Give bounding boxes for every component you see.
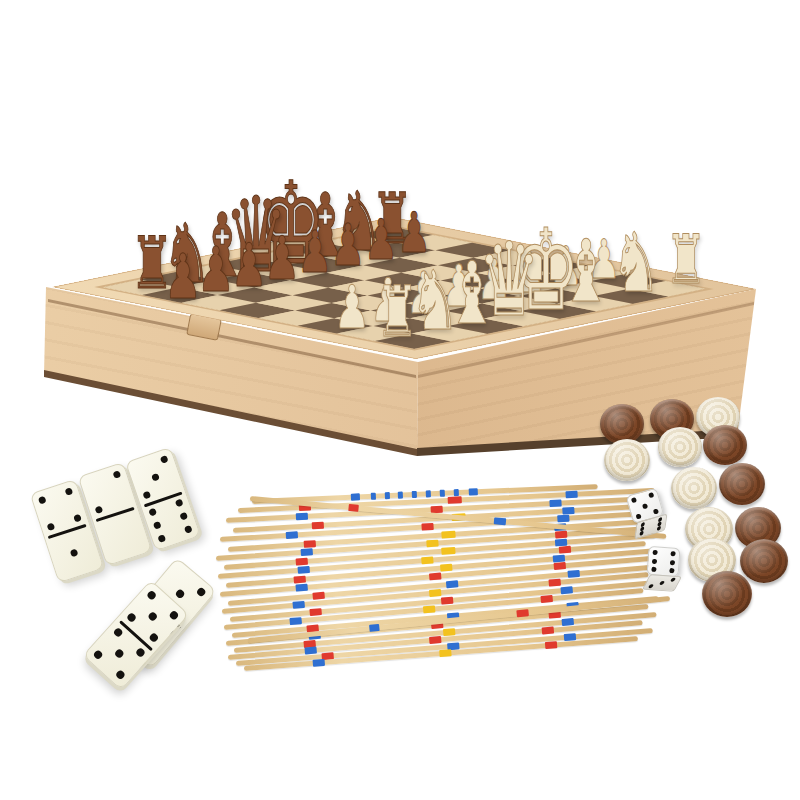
domino-pip xyxy=(642,503,648,509)
stick-band-b xyxy=(398,491,403,498)
stick-band-r xyxy=(429,636,442,644)
stick-band-b xyxy=(564,633,577,641)
die-top-face xyxy=(647,546,681,577)
stick-band-r xyxy=(545,641,557,649)
domino-pip xyxy=(64,487,73,496)
domino-pip xyxy=(153,521,162,530)
domino-pip xyxy=(652,550,657,555)
domino-pip xyxy=(70,548,79,557)
stick-band-b xyxy=(292,600,305,608)
stick-band-r xyxy=(554,562,567,570)
domino-pip xyxy=(670,551,675,556)
domino-pip xyxy=(631,497,637,503)
stick-band-r xyxy=(348,504,359,512)
stick-band-b xyxy=(446,580,459,588)
stick-band-b xyxy=(553,554,566,562)
product-photo-stage: ♜♞♟♝♟♚♟♛♟♝♟♟♞♜♟♟♜♟♞♟♟♟♝♟♚♟♛♟♝♟♞♜ xyxy=(0,0,800,800)
stick-band-r xyxy=(429,572,442,580)
stick-band-r xyxy=(312,591,325,599)
domino-pip xyxy=(174,588,185,599)
stick-band-b xyxy=(297,565,310,573)
stick-band-y xyxy=(421,556,434,564)
stick-band-b xyxy=(454,489,459,496)
domino-pip xyxy=(73,514,82,523)
stick-band-r xyxy=(296,557,308,565)
stick-band-r xyxy=(304,540,316,548)
domino-pip xyxy=(95,505,104,514)
stick-band-y xyxy=(441,546,455,554)
domino-pip xyxy=(179,512,188,521)
domino-pip xyxy=(669,568,674,573)
stick-band-b xyxy=(369,623,380,631)
domino-pip xyxy=(147,611,158,622)
domino-pip xyxy=(184,525,193,534)
checker-disc-white xyxy=(671,467,717,509)
stick-band-r xyxy=(421,522,433,530)
domino-pip xyxy=(146,590,157,601)
domino-pip xyxy=(142,490,151,499)
domino-pip xyxy=(168,610,179,621)
domino-pip xyxy=(196,586,207,597)
stick-band-y xyxy=(443,628,456,636)
domino-pip xyxy=(135,647,146,658)
domino-pip xyxy=(652,558,657,563)
stick-band-b xyxy=(295,583,308,591)
stick-band-b xyxy=(426,490,431,497)
domino-pip xyxy=(175,499,184,508)
stick-band-r xyxy=(559,545,572,553)
domino-pip xyxy=(160,455,169,464)
stick-band-b xyxy=(549,499,561,507)
domino-pip xyxy=(112,470,121,479)
stick-band-b xyxy=(286,531,298,539)
domino-pip xyxy=(670,577,676,581)
stick-band-r xyxy=(309,608,322,616)
checker-disc-brown xyxy=(702,571,752,617)
stick-band-b xyxy=(567,569,580,577)
stick-band-b xyxy=(412,490,417,497)
stick-band-y xyxy=(426,539,438,547)
stick-band-b xyxy=(440,489,445,496)
stick-band-r xyxy=(542,626,555,634)
domino-pip xyxy=(148,632,159,643)
domino-pip xyxy=(148,508,157,517)
stick-band-b xyxy=(385,492,390,499)
checker-disc-white xyxy=(658,427,702,467)
stick-band-r xyxy=(548,578,561,586)
domino-pip xyxy=(651,566,656,571)
domino-pip xyxy=(47,522,56,531)
domino-pip xyxy=(653,508,659,514)
stick-band-b xyxy=(289,617,302,625)
domino-pip xyxy=(126,612,137,623)
domino-pip xyxy=(151,473,160,482)
domino-pip xyxy=(157,534,166,543)
stick-band-b xyxy=(296,512,308,520)
die xyxy=(646,546,681,592)
stick-band-b xyxy=(313,658,325,666)
stick-band-r xyxy=(293,575,306,583)
domino-pip xyxy=(92,649,103,660)
checker-disc-brown xyxy=(600,404,644,444)
domino-pip xyxy=(670,559,675,564)
stick-band-r xyxy=(312,521,324,529)
domino-pip xyxy=(648,584,654,588)
domino-pip xyxy=(38,496,47,505)
stick-band-y xyxy=(441,530,455,538)
domino-pip xyxy=(657,526,661,531)
die-side-face xyxy=(642,574,682,592)
stick-band-b xyxy=(304,646,317,654)
stick-band-r xyxy=(540,594,553,602)
stick-band-b xyxy=(494,517,507,525)
stick-band-b xyxy=(301,548,313,556)
stick-band-b xyxy=(469,488,478,495)
stick-band-b xyxy=(562,618,575,626)
stick-band-r xyxy=(448,496,462,504)
stick-band-b xyxy=(555,538,567,546)
checker-disc-white xyxy=(604,439,650,481)
stick-band-y xyxy=(423,605,436,613)
domino-pip xyxy=(113,627,124,638)
stick-band-b xyxy=(565,490,577,498)
stick-band-b xyxy=(562,506,574,514)
checker-disc-brown xyxy=(740,539,788,583)
stick-band-b xyxy=(557,514,569,522)
domino-pip xyxy=(659,581,665,585)
domino-pip xyxy=(114,648,125,659)
stick-band-y xyxy=(429,588,442,596)
stick-band-y xyxy=(440,563,453,571)
stick-band-b xyxy=(560,586,573,594)
stick-band-y xyxy=(439,649,451,657)
checker-disc-brown xyxy=(719,463,765,505)
stick-band-b xyxy=(371,492,376,499)
stick-band-r xyxy=(555,530,567,538)
domino-pip xyxy=(639,531,643,536)
domino-pip xyxy=(635,513,641,519)
stick-band-b xyxy=(351,493,360,500)
stick-band-r xyxy=(516,609,529,617)
domino-pip xyxy=(648,492,654,498)
checker-disc-brown xyxy=(703,425,747,465)
domino-pip xyxy=(115,669,126,680)
stick-band-r xyxy=(441,596,454,604)
